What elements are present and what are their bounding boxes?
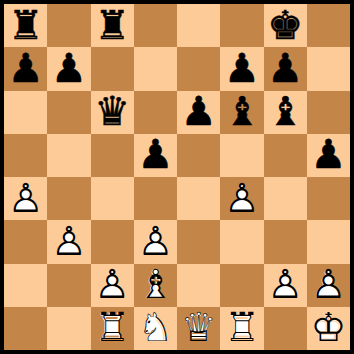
white-knight-icon-outline: ♘ [137, 308, 173, 348]
square-b8[interactable] [47, 4, 90, 47]
white-pawn-icon-outline: ♙ [8, 178, 44, 218]
white-rook-icon: ♜♖ [91, 307, 134, 350]
white-pawn-icon: ♟♙ [220, 177, 263, 220]
square-b2[interactable] [47, 264, 90, 307]
square-h3[interactable] [307, 220, 350, 263]
black-pawn-icon: ♟ [177, 91, 220, 134]
square-g6[interactable]: ♝ [264, 91, 307, 134]
square-b6[interactable] [47, 91, 90, 134]
square-d5[interactable]: ♟ [134, 134, 177, 177]
square-a5[interactable] [4, 134, 47, 177]
black-queen-icon: ♛ [91, 91, 134, 134]
black-rook-icon-glyph: ♜ [94, 5, 130, 45]
square-e4[interactable] [177, 177, 220, 220]
chess-board: ♜♜♚♟♟♟♟♛♟♝♝♟♟♟♙♟♙♟♙♟♙♟♙♝♗♟♙♟♙♜♖♞♘♛♕♜♖♚♔ [4, 4, 350, 350]
black-bishop-icon: ♝ [220, 91, 263, 134]
square-e7[interactable] [177, 47, 220, 90]
black-pawn-icon-glyph: ♟ [51, 48, 87, 88]
square-f3[interactable] [220, 220, 263, 263]
square-h6[interactable] [307, 91, 350, 134]
square-a6[interactable] [4, 91, 47, 134]
square-b7[interactable]: ♟ [47, 47, 90, 90]
black-rook-icon: ♜ [91, 4, 134, 47]
square-g4[interactable] [264, 177, 307, 220]
white-bishop-icon: ♝♗ [134, 264, 177, 307]
square-b4[interactable] [47, 177, 90, 220]
square-f6[interactable]: ♝ [220, 91, 263, 134]
white-pawn-icon: ♟♙ [47, 220, 90, 263]
square-f7[interactable]: ♟ [220, 47, 263, 90]
black-pawn-icon-glyph: ♟ [8, 48, 44, 88]
black-pawn-icon-glyph: ♟ [181, 91, 217, 131]
square-d6[interactable] [134, 91, 177, 134]
white-pawn-icon: ♟♙ [264, 264, 307, 307]
white-pawn-icon-outline: ♙ [267, 264, 303, 304]
square-f2[interactable] [220, 264, 263, 307]
square-f1[interactable]: ♜♖ [220, 307, 263, 350]
square-c8[interactable]: ♜ [91, 4, 134, 47]
square-g1[interactable] [264, 307, 307, 350]
square-a7[interactable]: ♟ [4, 47, 47, 90]
black-bishop-icon-glyph: ♝ [267, 91, 303, 131]
black-pawn-icon-glyph: ♟ [267, 48, 303, 88]
white-king-icon: ♚♔ [307, 307, 350, 350]
white-queen-icon-outline: ♕ [181, 308, 217, 348]
square-c7[interactable] [91, 47, 134, 90]
square-e6[interactable]: ♟ [177, 91, 220, 134]
white-rook-icon: ♜♖ [220, 307, 263, 350]
white-pawn-icon: ♟♙ [4, 177, 47, 220]
square-e2[interactable] [177, 264, 220, 307]
black-pawn-icon: ♟ [4, 47, 47, 90]
black-pawn-icon: ♟ [220, 47, 263, 90]
black-pawn-icon: ♟ [264, 47, 307, 90]
square-c3[interactable] [91, 220, 134, 263]
square-d8[interactable] [134, 4, 177, 47]
white-pawn-icon: ♟♙ [134, 220, 177, 263]
black-queen-icon-glyph: ♛ [94, 91, 130, 131]
white-bishop-icon-outline: ♗ [137, 264, 173, 304]
square-e1[interactable]: ♛♕ [177, 307, 220, 350]
square-f4[interactable]: ♟♙ [220, 177, 263, 220]
square-b5[interactable] [47, 134, 90, 177]
square-g2[interactable]: ♟♙ [264, 264, 307, 307]
black-bishop-icon-glyph: ♝ [224, 91, 260, 131]
square-c1[interactable]: ♜♖ [91, 307, 134, 350]
white-rook-icon-outline: ♖ [94, 308, 130, 348]
square-h7[interactable] [307, 47, 350, 90]
square-f5[interactable] [220, 134, 263, 177]
black-bishop-icon: ♝ [264, 91, 307, 134]
black-pawn-icon: ♟ [47, 47, 90, 90]
square-g5[interactable] [264, 134, 307, 177]
black-king-icon-glyph: ♚ [267, 5, 303, 45]
square-a2[interactable] [4, 264, 47, 307]
square-e3[interactable] [177, 220, 220, 263]
white-pawn-icon-outline: ♙ [94, 264, 130, 304]
square-h2[interactable]: ♟♙ [307, 264, 350, 307]
square-h1[interactable]: ♚♔ [307, 307, 350, 350]
white-pawn-icon: ♟♙ [91, 264, 134, 307]
square-b1[interactable] [47, 307, 90, 350]
black-rook-icon: ♜ [4, 4, 47, 47]
square-d3[interactable]: ♟♙ [134, 220, 177, 263]
white-rook-icon-outline: ♖ [224, 308, 260, 348]
chess-board-frame: ♜♜♚♟♟♟♟♛♟♝♝♟♟♟♙♟♙♟♙♟♙♟♙♝♗♟♙♟♙♜♖♞♘♛♕♜♖♚♔ [0, 0, 354, 354]
black-king-icon: ♚ [264, 4, 307, 47]
square-a1[interactable] [4, 307, 47, 350]
square-a8[interactable]: ♜ [4, 4, 47, 47]
square-c6[interactable]: ♛ [91, 91, 134, 134]
white-queen-icon: ♛♕ [177, 307, 220, 350]
square-c4[interactable] [91, 177, 134, 220]
white-pawn-icon-outline: ♙ [51, 221, 87, 261]
black-pawn-icon-glyph: ♟ [310, 135, 346, 175]
square-a3[interactable] [4, 220, 47, 263]
square-f8[interactable] [220, 4, 263, 47]
white-knight-icon: ♞♘ [134, 307, 177, 350]
square-e8[interactable] [177, 4, 220, 47]
black-pawn-icon-glyph: ♟ [137, 135, 173, 175]
black-rook-icon-glyph: ♜ [8, 5, 44, 45]
square-d1[interactable]: ♞♘ [134, 307, 177, 350]
square-c5[interactable] [91, 134, 134, 177]
white-pawn-icon-outline: ♙ [137, 221, 173, 261]
square-h4[interactable] [307, 177, 350, 220]
square-d4[interactable] [134, 177, 177, 220]
square-c2[interactable]: ♟♙ [91, 264, 134, 307]
white-pawn-icon: ♟♙ [307, 264, 350, 307]
square-d2[interactable]: ♝♗ [134, 264, 177, 307]
square-g7[interactable]: ♟ [264, 47, 307, 90]
black-pawn-icon: ♟ [134, 134, 177, 177]
black-pawn-icon-glyph: ♟ [224, 48, 260, 88]
square-g8[interactable]: ♚ [264, 4, 307, 47]
square-e5[interactable] [177, 134, 220, 177]
square-d7[interactable] [134, 47, 177, 90]
square-b3[interactable]: ♟♙ [47, 220, 90, 263]
white-pawn-icon-outline: ♙ [310, 264, 346, 304]
square-a4[interactable]: ♟♙ [4, 177, 47, 220]
square-h8[interactable] [307, 4, 350, 47]
black-pawn-icon: ♟ [307, 134, 350, 177]
square-g3[interactable] [264, 220, 307, 263]
white-pawn-icon-outline: ♙ [224, 178, 260, 218]
white-king-icon-outline: ♔ [310, 308, 346, 348]
square-h5[interactable]: ♟ [307, 134, 350, 177]
